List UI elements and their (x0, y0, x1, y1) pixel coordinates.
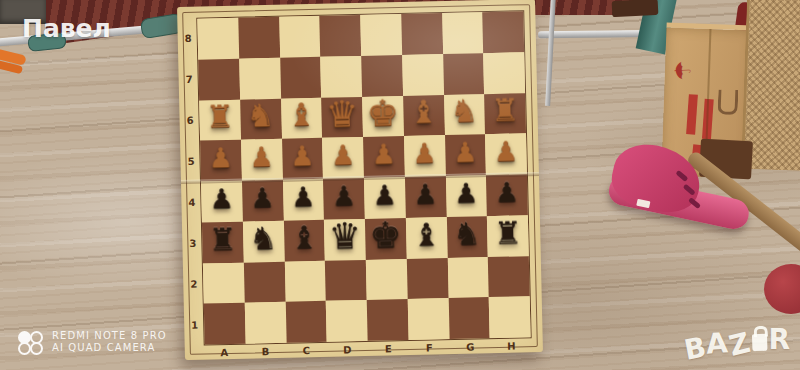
square-c7[interactable] (280, 57, 322, 99)
black-queen[interactable]: ♛ (328, 218, 361, 255)
camera-line2: AI QUAD CAMERA (52, 342, 155, 353)
square-d5[interactable]: ♟ (322, 137, 364, 179)
white-pawn[interactable]: ♟ (494, 138, 519, 166)
white-bishop[interactable]: ♝ (287, 99, 315, 131)
square-g7[interactable] (443, 53, 485, 95)
square-h5[interactable]: ♟ (485, 133, 527, 175)
file-label-c: C (286, 344, 327, 358)
black-bishop[interactable]: ♝ (290, 222, 318, 254)
white-rook[interactable]: ♜ (206, 101, 234, 133)
square-d6[interactable]: ♛ (321, 96, 363, 138)
square-c4[interactable]: ♟ (282, 179, 324, 221)
black-pawn[interactable]: ♟ (209, 185, 234, 213)
chess-board: 87654321 ABCDEFGH ♜♞♝♛♚♝♞♜♟♟♟♟♟♟♟♟♟♟♟♟♟♟… (177, 0, 543, 360)
rank-label-6: 6 (182, 100, 198, 141)
photo-stage: ☂ 87654321 ABCDEFGH ♜♞♝♛♚♝♞♜♟♟♟♟♟♟♟♟♟♟♟♟… (0, 0, 800, 370)
square-f5[interactable]: ♟ (404, 135, 446, 177)
black-bishop[interactable]: ♝ (412, 219, 440, 251)
black-pawn[interactable]: ♟ (413, 180, 438, 208)
square-f7[interactable] (402, 54, 444, 96)
square-b8[interactable] (238, 17, 280, 59)
square-a4[interactable]: ♟ (201, 181, 243, 223)
dark-object (612, 0, 659, 17)
square-c5[interactable]: ♟ (282, 138, 324, 180)
file-label-a: A (204, 346, 245, 360)
black-knight[interactable]: ♞ (453, 218, 481, 250)
fragile-glass-icon (718, 89, 739, 115)
square-e4[interactable]: ♟ (364, 177, 406, 219)
square-e6[interactable]: ♚ (362, 96, 404, 138)
logo-letter: R (769, 323, 792, 356)
rank-label-3: 3 (185, 223, 201, 264)
square-e5[interactable]: ♟ (363, 136, 405, 178)
white-pawn[interactable]: ♟ (331, 141, 356, 169)
file-label-e: E (368, 342, 409, 356)
square-g4[interactable]: ♟ (445, 175, 487, 217)
camera-watermark: REDMI NOTE 8 PRO AI QUAD CAMERA (18, 330, 167, 354)
rank-label-2: 2 (186, 264, 202, 305)
file-label-g: G (450, 340, 491, 354)
white-king[interactable]: ♚ (366, 95, 399, 132)
square-g2[interactable] (447, 257, 489, 299)
square-e1[interactable] (367, 299, 409, 341)
square-b5[interactable]: ♟ (241, 139, 283, 181)
white-pawn[interactable]: ♟ (290, 142, 315, 170)
white-knight[interactable]: ♞ (246, 100, 274, 132)
camera-watermark-text: REDMI NOTE 8 PRO AI QUAD CAMERA (52, 330, 167, 354)
square-c1[interactable] (285, 301, 327, 343)
square-a1[interactable] (204, 303, 246, 345)
square-b4[interactable]: ♟ (242, 180, 284, 222)
square-d8[interactable] (320, 15, 362, 57)
square-d2[interactable] (325, 259, 367, 301)
square-f6[interactable]: ♝ (403, 95, 445, 137)
square-h3[interactable]: ♜ (487, 215, 529, 257)
square-e3[interactable]: ♚ (365, 218, 407, 260)
square-h2[interactable] (488, 256, 530, 298)
square-d3[interactable]: ♛ (324, 219, 366, 261)
square-f2[interactable] (407, 258, 449, 300)
square-b6[interactable]: ♞ (240, 98, 282, 140)
square-h1[interactable] (489, 296, 531, 338)
white-knight[interactable]: ♞ (450, 96, 478, 128)
square-e7[interactable] (361, 55, 403, 97)
square-e8[interactable] (360, 14, 402, 56)
white-pawn[interactable]: ♟ (208, 144, 233, 172)
black-pawn[interactable]: ♟ (372, 181, 397, 209)
black-king[interactable]: ♚ (369, 217, 402, 254)
white-pawn[interactable]: ♟ (249, 143, 274, 171)
square-c6[interactable]: ♝ (281, 97, 323, 139)
white-queen[interactable]: ♛ (326, 96, 359, 133)
square-d4[interactable]: ♟ (323, 178, 365, 220)
black-knight[interactable]: ♞ (249, 223, 277, 255)
rank-label-1: 1 (187, 305, 203, 346)
slipper-vent (675, 170, 688, 182)
square-f8[interactable] (401, 13, 443, 55)
white-bishop[interactable]: ♝ (409, 97, 437, 129)
square-a8[interactable] (197, 18, 239, 60)
black-pawn[interactable]: ♟ (495, 178, 520, 206)
photographer-watermark: Павел (22, 14, 111, 43)
square-g1[interactable] (448, 297, 490, 339)
square-b7[interactable] (239, 58, 281, 100)
square-g3[interactable]: ♞ (446, 216, 488, 258)
square-h6[interactable]: ♜ (484, 93, 526, 135)
square-h7[interactable] (483, 52, 525, 94)
square-c3[interactable]: ♝ (283, 220, 325, 262)
square-g8[interactable] (442, 12, 484, 54)
file-label-h: H (491, 339, 532, 353)
square-h4[interactable]: ♟ (486, 174, 528, 216)
square-h8[interactable] (482, 11, 524, 53)
white-pawn[interactable]: ♟ (453, 138, 478, 166)
slipper-label (636, 199, 650, 209)
black-pawn[interactable]: ♟ (291, 183, 316, 211)
quad-camera-icon (18, 331, 43, 354)
square-a3[interactable]: ♜ (202, 221, 244, 263)
square-e2[interactable] (366, 258, 408, 300)
file-label-f: F (409, 341, 450, 355)
square-f3[interactable]: ♝ (406, 217, 448, 259)
white-rook[interactable]: ♜ (491, 95, 519, 127)
camera-line1: REDMI NOTE 8 PRO (52, 330, 167, 341)
white-pawn[interactable]: ♟ (412, 139, 437, 167)
rank-label-4: 4 (184, 182, 200, 223)
square-g5[interactable]: ♟ (445, 134, 487, 176)
slipper-vent (683, 184, 696, 196)
square-f1[interactable] (407, 298, 449, 340)
square-c2[interactable] (284, 260, 326, 302)
square-a2[interactable] (203, 262, 245, 304)
black-pawn[interactable]: ♟ (332, 182, 357, 210)
file-label-b: B (245, 345, 286, 359)
red-mark (686, 94, 698, 135)
black-rook[interactable]: ♜ (494, 217, 522, 249)
square-f4[interactable]: ♟ (405, 176, 447, 218)
rank-label-8: 8 (180, 18, 196, 59)
square-a6[interactable]: ♜ (199, 99, 241, 141)
umbrella-icon: ☂ (670, 60, 696, 81)
black-rook[interactable]: ♜ (208, 223, 236, 255)
square-b2[interactable] (244, 261, 286, 303)
shopping-bag-icon (752, 334, 768, 352)
square-g6[interactable]: ♞ (444, 94, 486, 136)
square-d1[interactable] (326, 300, 368, 342)
square-b1[interactable] (245, 302, 287, 344)
square-a5[interactable]: ♟ (200, 140, 242, 182)
square-a7[interactable] (198, 58, 240, 100)
square-d7[interactable] (320, 56, 362, 98)
white-pawn[interactable]: ♟ (371, 140, 396, 168)
rank-label-7: 7 (181, 59, 197, 100)
square-c8[interactable] (279, 16, 321, 58)
black-pawn[interactable]: ♟ (250, 184, 275, 212)
rank-label-5: 5 (183, 141, 199, 182)
file-label-d: D (327, 343, 368, 357)
black-pawn[interactable]: ♟ (454, 179, 479, 207)
square-b3[interactable]: ♞ (243, 220, 285, 262)
